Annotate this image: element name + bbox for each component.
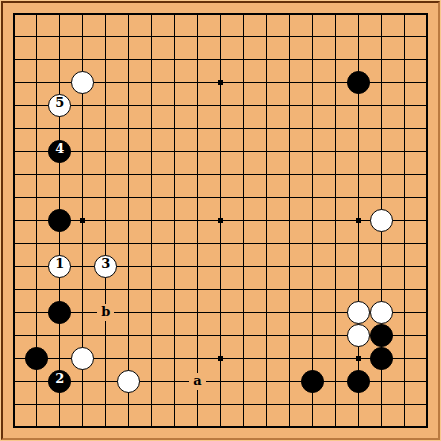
grid-line-horizontal-18 [13,404,428,405]
move-3-white-stone-E8: 3 [94,255,117,278]
grid-line-horizontal-19 [13,426,428,428]
move-1-white-stone-C8: 1 [48,255,71,278]
move-4-black-stone-C13: 4 [48,140,71,163]
go-board: ab42513 [0,0,441,441]
white-stone-Q5 [347,324,370,347]
white-stone-R10 [370,209,393,232]
star-point-Q10 [356,218,361,223]
star-point-K16 [218,80,223,85]
black-stone-Q16 [347,71,370,94]
grid-line-vertical-18 [404,13,405,428]
grid-line-horizontal-13 [13,289,428,290]
star-point-D10 [80,218,85,223]
grid-line-horizontal-12 [13,266,428,267]
grid-line-horizontal-11 [13,243,428,244]
star-point-K4 [218,356,223,361]
black-stone-C6 [48,301,71,324]
white-stone-D4 [71,347,94,370]
move-5-white-stone-C15: 5 [48,94,71,117]
grid-line-vertical-14 [312,13,313,428]
white-stone-F3 [117,370,140,393]
point-label-b-E6: b [97,304,114,321]
point-label-a-J3: a [189,373,206,390]
grid-line-vertical-12 [266,13,267,428]
star-point-Q4 [356,356,361,361]
white-stone-R6 [370,301,393,324]
black-stone-O3 [301,370,324,393]
black-stone-R4 [370,347,393,370]
white-stone-D16 [71,71,94,94]
white-stone-Q6 [347,301,370,324]
black-stone-R5 [370,324,393,347]
black-stone-Q3 [347,370,370,393]
black-stone-C10 [48,209,71,232]
move-2-black-stone-C3: 2 [48,370,71,393]
grid-line-vertical-11 [243,13,244,428]
star-point-K10 [218,218,223,223]
grid-line-vertical-13 [289,13,290,428]
grid-line-vertical-15 [335,13,336,428]
black-stone-B4 [25,347,48,370]
grid-line-vertical-19 [426,13,428,428]
